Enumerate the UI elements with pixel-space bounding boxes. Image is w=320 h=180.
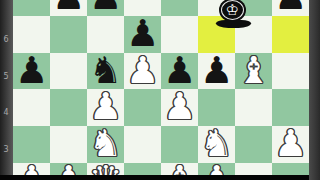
chess-app-screen: ♟♟♟♟♟♞♟♟♟♝♟♟♞♞♟♟♟♛♝♟ 6543 ♔ — [0, 0, 320, 180]
letterbox-bar — [0, 175, 309, 180]
square-d5[interactable]: ♟ — [124, 53, 161, 90]
square-c3[interactable]: ♞ — [87, 126, 124, 163]
square-g5[interactable]: ♝ — [235, 53, 272, 90]
square-d6[interactable]: ♟ — [124, 16, 161, 53]
square-b5[interactable] — [50, 53, 87, 90]
piece-black-knight: ♞ — [89, 52, 122, 89]
square-e3[interactable] — [161, 126, 198, 163]
square-g4[interactable] — [235, 89, 272, 126]
piece-black-pawn: ♟ — [126, 15, 159, 52]
rank-label-6: 6 — [0, 35, 12, 45]
piece-white-pawn: ♟ — [89, 88, 122, 125]
rank-label-4: 4 — [0, 108, 12, 118]
piece-black-pawn: ♟ — [163, 52, 196, 89]
square-d3[interactable] — [124, 126, 161, 163]
square-h7[interactable]: ♟ — [272, 0, 309, 16]
piece-white-pawn: ♟ — [163, 88, 196, 125]
piece-black-pawn: ♟ — [15, 52, 48, 89]
square-c5[interactable]: ♞ — [87, 53, 124, 90]
king-icon: ♔ — [226, 3, 239, 18]
square-b6[interactable] — [50, 16, 87, 53]
piece-white-pawn: ♟ — [126, 52, 159, 89]
piece-black-pawn: ♟ — [89, 0, 122, 15]
piece-white-knight: ♞ — [200, 125, 233, 162]
square-f5[interactable]: ♟ — [198, 53, 235, 90]
piece-black-pawn: ♟ — [274, 0, 307, 15]
piece-black-pawn: ♟ — [200, 52, 233, 89]
board-frame-right — [309, 0, 320, 180]
square-e4[interactable]: ♟ — [161, 89, 198, 126]
square-c7[interactable]: ♟ — [87, 0, 124, 16]
square-c6[interactable] — [87, 16, 124, 53]
square-c4[interactable]: ♟ — [87, 89, 124, 126]
rank-label-5: 5 — [0, 72, 12, 82]
square-e7[interactable] — [161, 0, 198, 16]
square-d7[interactable] — [124, 0, 161, 16]
square-f4[interactable] — [198, 89, 235, 126]
square-b3[interactable] — [50, 126, 87, 163]
square-a4[interactable] — [13, 89, 50, 126]
square-g3[interactable] — [235, 126, 272, 163]
square-a7[interactable] — [13, 0, 50, 16]
square-a5[interactable]: ♟ — [13, 53, 50, 90]
square-b7[interactable]: ♟ — [50, 0, 87, 16]
rank-label-3: 3 — [0, 145, 12, 155]
square-e5[interactable]: ♟ — [161, 53, 198, 90]
square-h6[interactable] — [272, 16, 309, 53]
chess-board: ♟♟♟♟♟♞♟♟♟♝♟♟♞♞♟♟♟♛♝♟ — [13, 0, 309, 180]
piece-white-bishop: ♝ — [237, 52, 270, 89]
square-d4[interactable] — [124, 89, 161, 126]
piece-white-knight: ♞ — [89, 125, 122, 162]
square-e6[interactable] — [161, 16, 198, 53]
square-b4[interactable] — [50, 89, 87, 126]
square-a3[interactable] — [13, 126, 50, 163]
piece-white-pawn: ♟ — [274, 125, 307, 162]
square-h3[interactable]: ♟ — [272, 126, 309, 163]
square-a6[interactable] — [13, 16, 50, 53]
square-f3[interactable]: ♞ — [198, 126, 235, 163]
piece-black-pawn: ♟ — [52, 0, 85, 15]
king-badge-base — [216, 20, 251, 28]
square-h4[interactable] — [272, 89, 309, 126]
square-h5[interactable] — [272, 53, 309, 90]
